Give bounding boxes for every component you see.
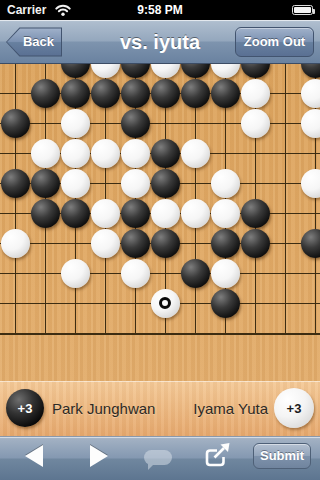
grid-line-vertical [285, 64, 286, 334]
stone-white [301, 109, 320, 138]
grid-line-horizontal [0, 273, 320, 274]
stone-black [151, 139, 180, 168]
stone-white [91, 199, 120, 228]
stone-white [241, 79, 270, 108]
stone-white [241, 109, 270, 138]
grid-line-vertical [15, 64, 16, 334]
stone-black [91, 79, 120, 108]
stone-white [91, 64, 120, 78]
stone-black [121, 199, 150, 228]
white-player-name: Iyama Yuta [193, 381, 268, 436]
stone-black [241, 199, 270, 228]
stone-white [181, 139, 210, 168]
stone-black [61, 199, 90, 228]
player-bar: +3 Park Junghwan Iyama Yuta +3 [0, 381, 320, 436]
stone-white [91, 139, 120, 168]
black-player-name: Park Junghwan [52, 381, 155, 436]
stone-white [121, 169, 150, 198]
stone-black [301, 64, 320, 78]
stone-black [181, 64, 210, 78]
next-move-icon[interactable] [90, 445, 108, 467]
stone-white [61, 109, 90, 138]
stone-white [151, 289, 180, 318]
stone-black [121, 109, 150, 138]
stone-black [151, 79, 180, 108]
stone-black [1, 169, 30, 198]
stone-black [151, 229, 180, 258]
stone-white [61, 139, 90, 168]
stone-white [61, 169, 90, 198]
stone-black [241, 229, 270, 258]
white-captures-badge: +3 [274, 388, 314, 428]
stone-black [61, 64, 90, 78]
grid-line-horizontal [0, 333, 320, 335]
stone-black [181, 79, 210, 108]
stone-white [211, 169, 240, 198]
stone-black [181, 259, 210, 288]
go-board[interactable] [0, 64, 320, 381]
stone-white [91, 229, 120, 258]
stone-white [211, 64, 240, 78]
stone-black [151, 169, 180, 198]
stone-black [211, 79, 240, 108]
bottom-toolbar: Submit [0, 436, 320, 480]
stone-black [121, 229, 150, 258]
previous-move-icon[interactable] [25, 445, 43, 467]
stone-black [1, 109, 30, 138]
stone-white [151, 64, 180, 78]
stone-black [211, 229, 240, 258]
stone-white [31, 139, 60, 168]
stone-white [151, 199, 180, 228]
stone-black [211, 289, 240, 318]
stone-black [121, 79, 150, 108]
stone-white [121, 259, 150, 288]
chat-bubble-icon[interactable] [144, 450, 172, 465]
stone-white [301, 79, 320, 108]
black-captures-badge: +3 [6, 389, 44, 427]
share-icon[interactable] [203, 442, 233, 469]
zoom-out-button[interactable]: Zoom Out [235, 27, 314, 57]
stone-white [181, 199, 210, 228]
stone-white [1, 229, 30, 258]
nav-bar: vs. iyuta Back Zoom Out [0, 20, 320, 64]
stone-white [121, 139, 150, 168]
stone-white [61, 259, 90, 288]
stone-white [301, 169, 320, 198]
last-move-marker [159, 297, 171, 309]
stone-black [241, 64, 270, 78]
stone-black [31, 169, 60, 198]
stone-black [31, 79, 60, 108]
clock: 9:58 PM [0, 0, 320, 20]
status-bar: Carrier 9:58 PM [0, 0, 320, 20]
stone-black [301, 229, 320, 258]
grid-line-horizontal [0, 123, 320, 124]
stone-black [31, 199, 60, 228]
stone-white [211, 199, 240, 228]
battery-icon [292, 5, 313, 15]
stone-black [121, 64, 150, 78]
submit-button[interactable]: Submit [253, 443, 311, 469]
stone-white [211, 259, 240, 288]
stone-black [61, 79, 90, 108]
